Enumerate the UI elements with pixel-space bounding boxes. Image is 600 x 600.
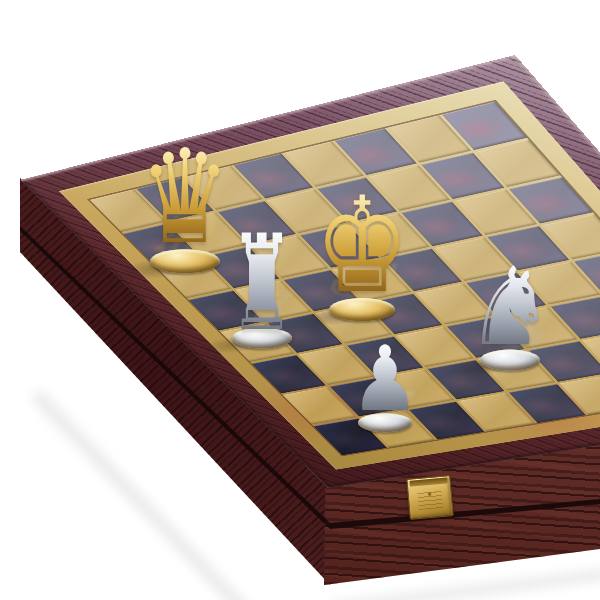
rook-glyph: ♜ <box>230 221 294 347</box>
king-glyph: ♚ <box>315 183 410 308</box>
queen-glyph: ♛ <box>140 136 231 260</box>
pawn-glyph: ♟ <box>351 335 420 421</box>
brass-latch[interactable] <box>406 475 453 520</box>
knight-glyph: ♞ <box>465 256 554 359</box>
chess-set-photo: ♛♛♚♚♜♜♞♞♟♟ <box>0 0 600 600</box>
